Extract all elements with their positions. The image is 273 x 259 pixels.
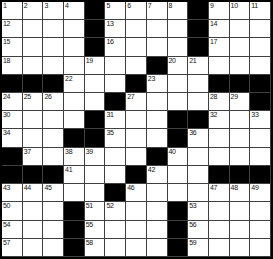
white-cell-r4-c12[interactable] [230,57,251,75]
clue-number: 43 [3,184,10,192]
clue-number: 49 [251,184,258,192]
clue-number: 34 [3,129,10,137]
white-cell-r10-c6[interactable] [105,166,126,184]
white-cell-r8-c8[interactable] [147,129,168,147]
black-cell-r7-c5 [85,111,106,129]
clue-number: 33 [251,111,258,119]
white-cell-r2-c12[interactable] [230,20,251,38]
black-cell-r8-c5 [85,129,106,147]
white-cell-r4-c10[interactable]: 21 [188,57,209,75]
clue-number: 11 [251,2,258,10]
white-cell-r4-c7[interactable] [126,57,147,75]
white-cell-r3-c3[interactable] [43,38,64,56]
clue-number: 26 [44,93,51,101]
white-cell-r14-c11[interactable] [209,239,230,257]
white-cell-r7-c13[interactable]: 33 [250,111,271,129]
black-cell-r10-c3 [43,166,64,184]
white-cell-r4-c2[interactable] [23,57,44,75]
clue-number: 45 [44,184,51,192]
white-cell-r6-c11[interactable]: 28 [209,93,230,111]
white-cell-r13-c13[interactable] [250,221,271,239]
white-cell-r9-c6[interactable] [105,148,126,166]
black-cell-r10-c2 [23,166,44,184]
white-cell-r13-c2[interactable] [23,221,44,239]
white-cell-r3-c8[interactable] [147,38,168,56]
white-cell-r5-c10[interactable] [188,75,209,93]
clue-number: 6 [127,2,131,10]
white-cell-r11-c4[interactable] [64,184,85,202]
white-cell-r12-c8[interactable] [147,202,168,220]
white-cell-r13-c12[interactable] [230,221,251,239]
white-cell-r2-c9[interactable] [168,20,189,38]
clue-number: 36 [189,129,196,137]
clue-number: 58 [86,239,93,247]
white-cell-r4-c9[interactable]: 20 [168,57,189,75]
white-cell-r9-c10[interactable] [188,148,209,166]
clue-number: 53 [189,202,196,210]
white-cell-r14-c6[interactable] [105,239,126,257]
black-cell-r2-c5 [85,20,106,38]
white-cell-r13-c6[interactable] [105,221,126,239]
white-cell-r10-c4[interactable]: 41 [64,166,85,184]
white-cell-r7-c7[interactable] [126,111,147,129]
white-cell-r6-c2[interactable]: 25 [23,93,44,111]
white-cell-r8-c3[interactable] [43,129,64,147]
black-cell-r5-c7 [126,75,147,93]
white-cell-r12-c2[interactable] [23,202,44,220]
white-cell-r12-c10[interactable]: 53 [188,202,209,220]
white-cell-r7-c3[interactable] [43,111,64,129]
white-cell-r2-c4[interactable] [64,20,85,38]
white-cell-r11-c7[interactable]: 46 [126,184,147,202]
white-cell-r6-c7[interactable]: 27 [126,93,147,111]
white-cell-r3-c7[interactable] [126,38,147,56]
white-cell-r11-c8[interactable] [147,184,168,202]
white-cell-r4-c6[interactable] [105,57,126,75]
white-cell-r7-c8[interactable] [147,111,168,129]
white-cell-r9-c9[interactable]: 40 [168,148,189,166]
white-cell-r8-c2[interactable] [23,129,44,147]
white-cell-r11-c12[interactable]: 48 [230,184,251,202]
white-cell-r3-c11[interactable]: 17 [209,38,230,56]
clue-number: 57 [3,239,10,247]
white-cell-r2-c2[interactable] [23,20,44,38]
white-cell-r3-c1[interactable]: 15 [2,38,23,56]
white-cell-r6-c3[interactable]: 26 [43,93,64,111]
white-cell-r6-c9[interactable] [168,93,189,111]
white-cell-r12-c3[interactable] [43,202,64,220]
black-cell-r7-c9 [168,111,189,129]
black-cell-r14-c4 [64,239,85,257]
white-cell-r13-c10[interactable]: 56 [188,221,209,239]
clue-number: 50 [3,202,10,210]
black-cell-r1-c10 [188,2,209,20]
white-cell-r8-c11[interactable] [209,129,230,147]
white-cell-r5-c5[interactable] [85,75,106,93]
black-cell-r8-c4 [64,129,85,147]
white-cell-r9-c3[interactable] [43,148,64,166]
white-cell-r7-c2[interactable] [23,111,44,129]
white-cell-r1-c11[interactable]: 9 [209,2,230,20]
clue-number: 59 [189,239,196,247]
white-cell-r5-c6[interactable] [105,75,126,93]
white-cell-r13-c1[interactable]: 54 [2,221,23,239]
white-cell-r12-c12[interactable] [230,202,251,220]
white-cell-r14-c5[interactable]: 58 [85,239,106,257]
white-cell-r4-c1[interactable]: 18 [2,57,23,75]
black-cell-r12-c9 [168,202,189,220]
black-cell-r6-c13 [250,93,271,111]
black-cell-r5-c1 [2,75,23,93]
white-cell-r14-c13[interactable] [250,239,271,257]
white-cell-r14-c7[interactable] [126,239,147,257]
black-cell-r9-c8 [147,148,168,166]
white-cell-r11-c5[interactable] [85,184,106,202]
clue-number: 25 [24,93,31,101]
white-cell-r2-c11[interactable]: 14 [209,20,230,38]
black-cell-r10-c13 [250,166,271,184]
clue-number: 30 [3,111,10,119]
black-cell-r9-c1 [2,148,23,166]
clue-number: 39 [86,148,93,156]
white-cell-r10-c9[interactable] [168,166,189,184]
white-cell-r1-c1[interactable]: 1 [2,2,23,20]
clue-number: 44 [24,184,31,192]
black-cell-r13-c4 [64,221,85,239]
white-cell-r11-c10[interactable] [188,184,209,202]
clue-number: 27 [127,93,134,101]
clue-number: 1 [3,2,7,10]
black-cell-r3-c5 [85,38,106,56]
black-cell-r1-c5 [85,2,106,20]
clue-number: 52 [106,202,113,210]
white-cell-r12-c1[interactable]: 50 [2,202,23,220]
white-cell-r2-c8[interactable] [147,20,168,38]
white-cell-r3-c13[interactable] [250,38,271,56]
white-cell-r10-c8[interactable]: 42 [147,166,168,184]
white-cell-r9-c7[interactable] [126,148,147,166]
black-cell-r5-c11 [209,75,230,93]
black-cell-r10-c7 [126,166,147,184]
clue-number: 2 [24,2,28,10]
white-cell-r7-c4[interactable] [64,111,85,129]
clue-number: 41 [65,166,72,174]
white-cell-r9-c4[interactable]: 38 [64,148,85,166]
clue-number: 13 [106,20,113,28]
clue-number: 5 [106,2,110,10]
white-cell-r14-c1[interactable]: 57 [2,239,23,257]
white-cell-r6-c1[interactable]: 24 [2,93,23,111]
clue-number: 15 [3,38,10,46]
white-cell-r2-c13[interactable] [250,20,271,38]
white-cell-r1-c7[interactable]: 6 [126,2,147,20]
white-cell-r4-c13[interactable] [250,57,271,75]
clue-number: 32 [210,111,217,119]
black-cell-r12-c4 [64,202,85,220]
white-cell-r5-c9[interactable] [168,75,189,93]
black-cell-r4-c8 [147,57,168,75]
black-cell-r10-c12 [230,166,251,184]
white-cell-r12-c11[interactable] [209,202,230,220]
white-cell-r3-c2[interactable] [23,38,44,56]
white-cell-r8-c1[interactable]: 34 [2,129,23,147]
white-cell-r4-c3[interactable] [43,57,64,75]
white-cell-r2-c3[interactable] [43,20,64,38]
white-cell-r8-c13[interactable] [250,129,271,147]
clue-number: 51 [86,202,93,210]
white-cell-r13-c3[interactable] [43,221,64,239]
white-cell-r14-c3[interactable] [43,239,64,257]
clue-number: 21 [189,57,196,65]
black-cell-r3-c10 [188,38,209,56]
white-cell-r6-c10[interactable] [188,93,209,111]
clue-number: 18 [3,57,10,65]
white-cell-r14-c12[interactable] [230,239,251,257]
white-cell-r7-c6[interactable]: 31 [105,111,126,129]
clue-number: 3 [44,2,48,10]
white-cell-r6-c12[interactable]: 29 [230,93,251,111]
white-cell-r13-c8[interactable] [147,221,168,239]
black-cell-r5-c3 [43,75,64,93]
white-cell-r13-c11[interactable] [209,221,230,239]
white-cell-r11-c13[interactable]: 49 [250,184,271,202]
white-cell-r6-c4[interactable] [64,93,85,111]
clue-number: 14 [210,20,217,28]
clue-number: 28 [210,93,217,101]
black-cell-r14-c9 [168,239,189,257]
white-cell-r6-c8[interactable] [147,93,168,111]
white-cell-r2-c7[interactable] [126,20,147,38]
white-cell-r3-c4[interactable] [64,38,85,56]
white-cell-r8-c12[interactable] [230,129,251,147]
black-cell-r7-c10 [188,111,209,129]
white-cell-r8-c10[interactable]: 36 [188,129,209,147]
white-cell-r1-c2[interactable]: 2 [23,2,44,20]
white-cell-r14-c8[interactable] [147,239,168,257]
black-cell-r5-c12 [230,75,251,93]
clue-number: 23 [148,75,155,83]
white-cell-r10-c10[interactable] [188,166,209,184]
crossword-grid: 1234567891011121314151617181920212223242… [0,0,273,259]
white-cell-r8-c6[interactable]: 35 [105,129,126,147]
white-cell-r1-c6[interactable]: 5 [105,2,126,20]
white-cell-r3-c6[interactable]: 16 [105,38,126,56]
clue-number: 35 [106,129,113,137]
white-cell-r3-c9[interactable] [168,38,189,56]
white-cell-r2-c1[interactable]: 12 [2,20,23,38]
clue-number: 37 [24,148,31,156]
black-cell-r13-c9 [168,221,189,239]
black-cell-r5-c2 [23,75,44,93]
white-cell-r4-c5[interactable]: 19 [85,57,106,75]
white-cell-r1-c4[interactable]: 4 [64,2,85,20]
clue-number: 7 [148,2,152,10]
clue-number: 38 [65,148,72,156]
white-cell-r3-c12[interactable] [230,38,251,56]
clue-number: 29 [231,93,238,101]
white-cell-r5-c4[interactable]: 22 [64,75,85,93]
white-cell-r13-c5[interactable]: 55 [85,221,106,239]
clue-number: 16 [106,38,113,46]
clue-number: 56 [189,221,196,229]
white-cell-r1-c9[interactable]: 8 [168,2,189,20]
white-cell-r9-c12[interactable] [230,148,251,166]
white-cell-r8-c7[interactable] [126,129,147,147]
white-cell-r7-c1[interactable]: 30 [2,111,23,129]
black-cell-r10-c1 [2,166,23,184]
black-cell-r10-c11 [209,166,230,184]
black-cell-r6-c6 [105,93,126,111]
white-cell-r13-c7[interactable] [126,221,147,239]
white-cell-r4-c11[interactable] [209,57,230,75]
clue-number: 24 [3,93,10,101]
white-cell-r1-c12[interactable]: 10 [230,2,251,20]
white-cell-r12-c6[interactable]: 52 [105,202,126,220]
white-cell-r10-c5[interactable] [85,166,106,184]
white-cell-r11-c9[interactable] [168,184,189,202]
clue-number: 42 [148,166,155,174]
white-cell-r9-c13[interactable] [250,148,271,166]
clue-number: 46 [127,184,134,192]
black-cell-r8-c9 [168,129,189,147]
clue-number: 55 [86,221,93,229]
clue-number: 10 [231,2,238,10]
clue-number: 20 [169,57,176,65]
clue-number: 9 [210,2,214,10]
white-cell-r11-c3[interactable]: 45 [43,184,64,202]
white-cell-r12-c13[interactable] [250,202,271,220]
clue-number: 19 [86,57,93,65]
white-cell-r4-c4[interactable] [64,57,85,75]
white-cell-r6-c5[interactable] [85,93,106,111]
white-cell-r7-c12[interactable] [230,111,251,129]
white-cell-r9-c2[interactable]: 37 [23,148,44,166]
black-cell-r2-c10 [188,20,209,38]
white-cell-r12-c7[interactable] [126,202,147,220]
white-cell-r11-c2[interactable]: 44 [23,184,44,202]
white-cell-r14-c2[interactable] [23,239,44,257]
clue-number: 12 [3,20,10,28]
white-cell-r1-c8[interactable]: 7 [147,2,168,20]
clue-number: 31 [106,111,113,119]
black-cell-r5-c13 [250,75,271,93]
white-cell-r11-c1[interactable]: 43 [2,184,23,202]
white-cell-r14-c10[interactable]: 59 [188,239,209,257]
white-cell-r11-c11[interactable]: 47 [209,184,230,202]
clue-number: 17 [210,38,217,46]
white-cell-r9-c5[interactable]: 39 [85,148,106,166]
clue-number: 4 [65,2,69,10]
black-cell-r11-c6 [105,184,126,202]
clue-number: 48 [231,184,238,192]
white-cell-r5-c8[interactable]: 23 [147,75,168,93]
white-cell-r2-c6[interactable]: 13 [105,20,126,38]
clue-number: 47 [210,184,217,192]
white-cell-r12-c5[interactable]: 51 [85,202,106,220]
white-cell-r7-c11[interactable]: 32 [209,111,230,129]
clue-number: 8 [169,2,173,10]
white-cell-r1-c13[interactable]: 11 [250,2,271,20]
clue-number: 22 [65,75,72,83]
clue-number: 54 [3,221,10,229]
white-cell-r9-c11[interactable] [209,148,230,166]
clue-number: 40 [169,148,176,156]
white-cell-r1-c3[interactable]: 3 [43,2,64,20]
